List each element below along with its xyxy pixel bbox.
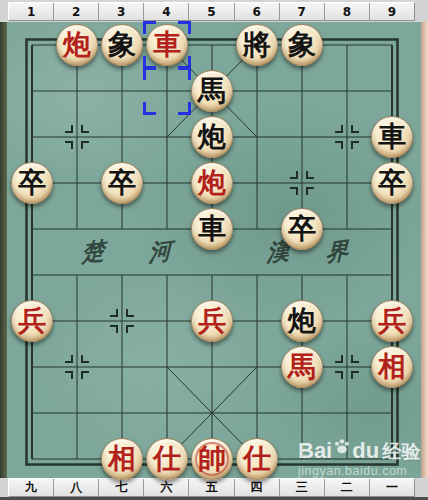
corner-bl (110, 325, 118, 333)
piece-black-soldier[interactable]: 卒 (281, 208, 323, 250)
piece-black-cannon[interactable]: 炮 (191, 116, 233, 158)
corner-bl (290, 187, 298, 195)
piece-glyph: 卒 (18, 169, 46, 197)
piece-red-soldier[interactable]: 兵 (371, 300, 413, 342)
piece-glyph: 炮 (63, 31, 91, 59)
piece-black-chariot[interactable]: 車 (371, 116, 413, 158)
piece-glyph: 仕 (243, 445, 271, 473)
position-marker (289, 170, 315, 196)
piece-black-elephant[interactable]: 象 (281, 24, 323, 66)
piece-black-soldier[interactable]: 卒 (101, 162, 143, 204)
piece-glyph: 兵 (198, 307, 226, 335)
corner-tl (335, 125, 343, 133)
piece-glyph: 卒 (378, 169, 406, 197)
piece-red-advisor[interactable]: 仕 (236, 438, 278, 480)
piece-black-general[interactable]: 將 (236, 24, 278, 66)
corner-bl (335, 371, 343, 379)
piece-red-elephant[interactable]: 相 (101, 438, 143, 480)
corner-br (351, 371, 359, 379)
piece-glyph: 炮 (198, 169, 226, 197)
piece-glyph: 馬 (198, 77, 226, 105)
river-text-char: 楚 (81, 235, 104, 269)
piece-glyph: 卒 (288, 215, 316, 243)
corner-tr (81, 125, 89, 133)
piece-glyph: 車 (198, 215, 226, 243)
corner-tl (335, 355, 343, 363)
corner-tr (126, 309, 134, 317)
corner-tl (143, 21, 156, 34)
corner-tr (351, 125, 359, 133)
piece-glyph: 象 (288, 31, 316, 59)
position-marker (109, 308, 135, 334)
corner-br (351, 141, 359, 149)
corner-br (81, 371, 89, 379)
piece-red-soldier[interactable]: 兵 (191, 300, 233, 342)
piece-black-chariot[interactable]: 車 (191, 208, 233, 250)
river-text-char: 河 (148, 235, 171, 269)
corner-bl (335, 141, 343, 149)
piece-glyph: 仕 (153, 445, 181, 473)
piece-black-cannon[interactable]: 炮 (281, 300, 323, 342)
piece-glyph: 兵 (18, 307, 46, 335)
piece-glyph: 將 (243, 31, 271, 59)
last-move-source-marker (143, 67, 191, 115)
position-marker (334, 354, 360, 380)
piece-black-soldier[interactable]: 卒 (371, 162, 413, 204)
position-marker (334, 124, 360, 150)
corner-tr (178, 21, 191, 34)
river-text-char: 界 (325, 235, 348, 269)
corner-tr (178, 67, 191, 80)
corner-tl (143, 67, 156, 80)
piece-glyph: 炮 (288, 307, 316, 335)
corner-bl (143, 102, 156, 115)
piece-glyph: 相 (108, 445, 136, 473)
piece-glyph: 兵 (378, 307, 406, 335)
corner-tl (65, 125, 73, 133)
piece-glyph: 象 (108, 31, 136, 59)
piece-black-elephant[interactable]: 象 (101, 24, 143, 66)
corner-tl (110, 309, 118, 317)
last-move-destination-marker (143, 21, 191, 69)
piece-glyph: 卒 (108, 169, 136, 197)
piece-glyph: 炮 (198, 123, 226, 151)
piece-red-advisor[interactable]: 仕 (146, 438, 188, 480)
piece-black-soldier[interactable]: 卒 (11, 162, 53, 204)
corner-tr (306, 171, 314, 179)
piece-glyph: 馬 (288, 353, 316, 381)
piece-red-soldier[interactable]: 兵 (11, 300, 53, 342)
corner-tl (290, 171, 298, 179)
corner-bl (65, 371, 73, 379)
piece-red-general[interactable]: 帥 (191, 438, 233, 480)
piece-red-cannon[interactable]: 炮 (56, 24, 98, 66)
corner-br (178, 102, 191, 115)
piece-red-elephant[interactable]: 相 (371, 346, 413, 388)
piece-red-cannon[interactable]: 炮 (191, 162, 233, 204)
corner-tr (351, 355, 359, 363)
corner-bl (65, 141, 73, 149)
piece-glyph: 相 (378, 353, 406, 381)
position-marker (64, 354, 90, 380)
piece-glyph: 帥 (198, 445, 226, 473)
corner-br (81, 141, 89, 149)
corner-tl (65, 355, 73, 363)
piece-black-horse[interactable]: 馬 (191, 70, 233, 112)
corner-tr (81, 355, 89, 363)
xiangqi-game-window: 123456789 (0, 0, 428, 500)
corner-br (306, 187, 314, 195)
corner-br (126, 325, 134, 333)
piece-glyph: 車 (378, 123, 406, 151)
position-marker (64, 124, 90, 150)
piece-red-horse[interactable]: 馬 (281, 346, 323, 388)
